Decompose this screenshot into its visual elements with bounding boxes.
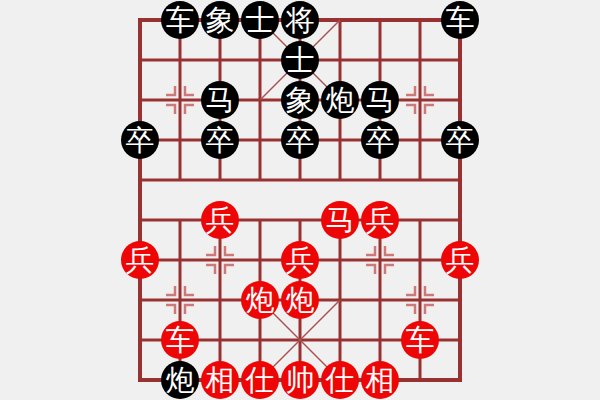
board-cell[interactable] <box>280 160 320 200</box>
piece-black-advisor[interactable]: 士 <box>281 41 319 79</box>
board-cell[interactable]: 车 <box>160 0 200 40</box>
board-cell[interactable] <box>440 40 480 80</box>
board-cell[interactable] <box>280 320 320 360</box>
board-cell[interactable] <box>440 320 480 360</box>
piece-glyph: 卒 <box>206 126 235 155</box>
piece-glyph: 兵 <box>286 246 315 275</box>
board-cell[interactable] <box>160 280 200 320</box>
piece-black-soldier[interactable]: 卒 <box>121 121 159 159</box>
board-cell[interactable]: 马 <box>360 80 400 120</box>
piece-red-soldier[interactable]: 兵 <box>201 201 239 239</box>
board-cell[interactable] <box>400 280 440 320</box>
piece-black-horse[interactable]: 马 <box>361 81 399 119</box>
board-cell[interactable]: 兵 <box>200 200 240 240</box>
piece-glyph: 仕 <box>326 366 355 395</box>
board-cell[interactable] <box>320 120 360 160</box>
xiangqi-board: 车象士将车士马象炮马卒卒卒卒卒兵马兵兵兵兵炮炮车车炮相仕帅仕相 <box>0 0 600 400</box>
board-cell[interactable] <box>240 160 280 200</box>
piece-glyph: 炮 <box>166 366 195 395</box>
board-cell[interactable] <box>120 280 160 320</box>
piece-red-horse[interactable]: 马 <box>321 201 359 239</box>
board-cell[interactable] <box>320 320 360 360</box>
piece-red-elephant[interactable]: 相 <box>201 361 239 399</box>
piece-glyph: 兵 <box>206 206 235 235</box>
board-cell[interactable] <box>120 360 160 400</box>
piece-glyph: 兵 <box>366 206 395 235</box>
board-cell[interactable] <box>360 320 400 360</box>
board-cell[interactable] <box>360 280 400 320</box>
board-cell[interactable]: 士 <box>240 0 280 40</box>
board-cell[interactable] <box>160 240 200 280</box>
board-cell[interactable] <box>160 120 200 160</box>
board-cell[interactable] <box>120 40 160 80</box>
piece-glyph: 士 <box>286 46 315 75</box>
piece-black-advisor[interactable]: 士 <box>241 1 279 39</box>
piece-black-cannon[interactable]: 炮 <box>321 81 359 119</box>
board-cell[interactable]: 相 <box>200 360 240 400</box>
piece-red-chariot[interactable]: 车 <box>401 321 439 359</box>
board-cell[interactable] <box>320 160 360 200</box>
piece-red-cannon[interactable]: 炮 <box>281 281 319 319</box>
board-cell[interactable] <box>200 40 240 80</box>
board-cell[interactable]: 马 <box>200 80 240 120</box>
piece-red-general[interactable]: 帅 <box>281 361 319 399</box>
board-cell[interactable] <box>120 320 160 360</box>
board-cell[interactable] <box>400 360 440 400</box>
board-cell[interactable]: 卒 <box>280 120 320 160</box>
piece-glyph: 车 <box>166 6 195 35</box>
board-cell[interactable]: 炮 <box>160 360 200 400</box>
piece-glyph: 车 <box>166 326 195 355</box>
board-cell[interactable] <box>360 0 400 40</box>
piece-glyph: 炮 <box>246 286 275 315</box>
board-cell[interactable] <box>440 80 480 120</box>
board-cell[interactable] <box>240 80 280 120</box>
piece-black-soldier[interactable]: 卒 <box>441 121 479 159</box>
piece-glyph: 将 <box>286 6 315 35</box>
board-cell[interactable] <box>440 280 480 320</box>
board-cell[interactable] <box>360 40 400 80</box>
piece-red-advisor[interactable]: 仕 <box>241 361 279 399</box>
board-cell[interactable] <box>400 0 440 40</box>
piece-black-cannon[interactable]: 炮 <box>161 361 199 399</box>
board-cell[interactable]: 车 <box>440 0 480 40</box>
piece-black-general[interactable]: 将 <box>281 1 319 39</box>
board-cell[interactable] <box>400 200 440 240</box>
board-cell[interactable]: 车 <box>400 320 440 360</box>
board-cell[interactable]: 象 <box>280 80 320 120</box>
board-cell[interactable]: 卒 <box>360 120 400 160</box>
piece-red-soldier[interactable]: 兵 <box>281 241 319 279</box>
board-cell[interactable] <box>320 240 360 280</box>
board-cell[interactable] <box>400 40 440 80</box>
board-cell[interactable] <box>280 200 320 240</box>
piece-glyph: 卒 <box>446 126 475 155</box>
piece-glyph: 象 <box>206 6 235 35</box>
board-cell[interactable] <box>120 160 160 200</box>
piece-glyph: 车 <box>446 6 475 35</box>
board-cell[interactable]: 兵 <box>440 240 480 280</box>
piece-black-horse[interactable]: 马 <box>201 81 239 119</box>
piece-glyph: 马 <box>206 86 235 115</box>
board-cell[interactable]: 兵 <box>280 240 320 280</box>
piece-black-elephant[interactable]: 象 <box>201 1 239 39</box>
piece-red-chariot[interactable]: 车 <box>161 321 199 359</box>
piece-glyph: 兵 <box>126 246 155 275</box>
board-cell[interactable] <box>440 160 480 200</box>
board-cell[interactable]: 帅 <box>280 360 320 400</box>
piece-glyph: 象 <box>286 86 315 115</box>
board-cell[interactable] <box>120 0 160 40</box>
piece-glyph: 车 <box>406 326 435 355</box>
piece-glyph: 士 <box>246 6 275 35</box>
board-cell[interactable] <box>240 240 280 280</box>
board-cell[interactable]: 仕 <box>320 360 360 400</box>
board-cell[interactable] <box>320 280 360 320</box>
board-cell[interactable] <box>160 80 200 120</box>
board-cell[interactable]: 兵 <box>120 240 160 280</box>
board-cell[interactable] <box>400 240 440 280</box>
board-cell[interactable]: 仕 <box>240 360 280 400</box>
piece-red-cannon[interactable]: 炮 <box>241 281 279 319</box>
board-grid: 车象士将车士马象炮马卒卒卒卒卒兵马兵兵兵兵炮炮车车炮相仕帅仕相 <box>120 0 480 400</box>
piece-red-advisor[interactable]: 仕 <box>321 361 359 399</box>
board-cell[interactable] <box>320 40 360 80</box>
piece-glyph: 炮 <box>326 86 355 115</box>
board-cell[interactable] <box>120 200 160 240</box>
piece-glyph: 卒 <box>366 126 395 155</box>
board-cell[interactable]: 马 <box>320 200 360 240</box>
piece-black-soldier[interactable]: 卒 <box>201 121 239 159</box>
piece-black-soldier[interactable]: 卒 <box>361 121 399 159</box>
board-cell[interactable]: 车 <box>160 320 200 360</box>
piece-glyph: 帅 <box>286 366 315 395</box>
piece-black-soldier[interactable]: 卒 <box>281 121 319 159</box>
board-cell[interactable]: 炮 <box>240 280 280 320</box>
piece-glyph: 马 <box>366 86 395 115</box>
piece-glyph: 仕 <box>246 366 275 395</box>
piece-red-soldier[interactable]: 兵 <box>441 241 479 279</box>
board-cell[interactable]: 炮 <box>280 280 320 320</box>
board-cell[interactable]: 象 <box>200 0 240 40</box>
piece-glyph: 相 <box>366 366 395 395</box>
board-cell[interactable]: 士 <box>280 40 320 80</box>
board-cell[interactable] <box>160 160 200 200</box>
piece-glyph: 马 <box>326 206 355 235</box>
piece-red-elephant[interactable]: 相 <box>361 361 399 399</box>
board-cell[interactable] <box>240 320 280 360</box>
piece-glyph: 卒 <box>286 126 315 155</box>
piece-glyph: 卒 <box>126 126 155 155</box>
piece-black-chariot[interactable]: 车 <box>161 1 199 39</box>
board-cell[interactable] <box>360 240 400 280</box>
piece-black-elephant[interactable]: 象 <box>281 81 319 119</box>
board-cell[interactable]: 兵 <box>360 200 400 240</box>
piece-black-chariot[interactable]: 车 <box>441 1 479 39</box>
board-cell[interactable]: 卒 <box>440 120 480 160</box>
board-cell[interactable] <box>200 280 240 320</box>
piece-glyph: 相 <box>206 366 235 395</box>
board-cell[interactable] <box>400 120 440 160</box>
board-cell[interactable]: 卒 <box>120 120 160 160</box>
board-cell[interactable] <box>160 40 200 80</box>
board-cell[interactable] <box>200 320 240 360</box>
board-cell[interactable] <box>200 240 240 280</box>
board-cell[interactable] <box>320 0 360 40</box>
board-cell[interactable] <box>360 160 400 200</box>
board-cell[interactable] <box>440 360 480 400</box>
board-cell[interactable] <box>160 200 200 240</box>
piece-red-soldier[interactable]: 兵 <box>361 201 399 239</box>
board-cell[interactable]: 炮 <box>320 80 360 120</box>
board-cell[interactable] <box>120 80 160 120</box>
board-cell[interactable] <box>240 120 280 160</box>
board-cell[interactable] <box>400 80 440 120</box>
board-cell[interactable] <box>200 160 240 200</box>
board-cell[interactable]: 将 <box>280 0 320 40</box>
piece-glyph: 炮 <box>286 286 315 315</box>
board-cell[interactable] <box>440 200 480 240</box>
board-cell[interactable]: 卒 <box>200 120 240 160</box>
board-cell[interactable] <box>400 160 440 200</box>
board-cell[interactable] <box>240 200 280 240</box>
board-cell[interactable]: 相 <box>360 360 400 400</box>
piece-red-soldier[interactable]: 兵 <box>121 241 159 279</box>
board-cell[interactable] <box>240 40 280 80</box>
piece-glyph: 兵 <box>446 246 475 275</box>
